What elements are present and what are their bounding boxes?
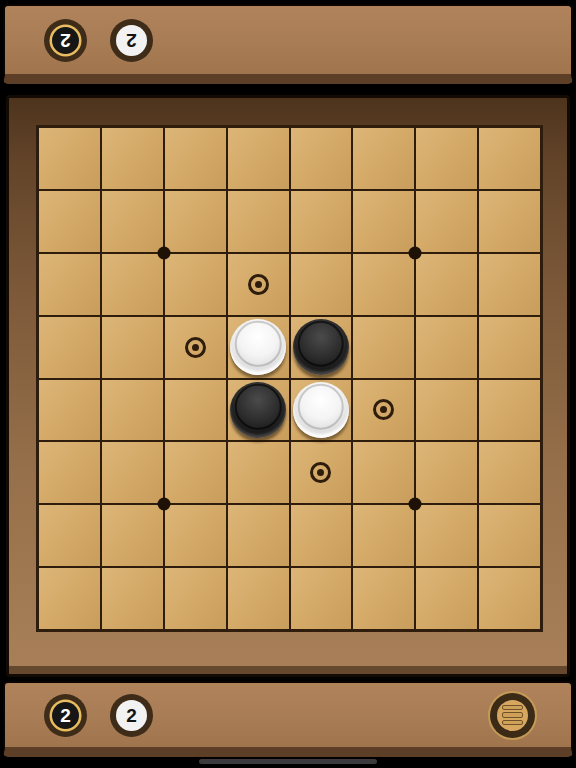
opponent-white-score: 2 <box>126 31 137 50</box>
board-cell-f6[interactable] <box>353 442 414 503</box>
board-cell-g2[interactable] <box>416 191 477 252</box>
board-cell-h2[interactable] <box>479 191 540 252</box>
black-score-disc: 2 <box>52 702 79 729</box>
legal-move-marker[interactable] <box>373 399 394 420</box>
board-cell-a2[interactable] <box>39 191 100 252</box>
star-point <box>409 246 422 259</box>
board-cell-e5[interactable] <box>291 380 352 441</box>
black-stone <box>230 382 286 438</box>
board-cell-a7[interactable] <box>39 505 100 566</box>
opponent-black-score-counter: 2 <box>44 19 87 62</box>
black-stone <box>293 319 349 375</box>
board-cell-e8[interactable] <box>291 568 352 629</box>
board-cell-d8[interactable] <box>228 568 289 629</box>
board-cell-h4[interactable] <box>479 317 540 378</box>
board-cell-g4[interactable] <box>416 317 477 378</box>
white-stone <box>293 382 349 438</box>
board-cell-d1[interactable] <box>228 128 289 189</box>
board-cell-c6[interactable] <box>165 442 226 503</box>
board-cell-h8[interactable] <box>479 568 540 629</box>
legal-move-dot <box>255 281 262 288</box>
board-cell-a6[interactable] <box>39 442 100 503</box>
board-cell-g5[interactable] <box>416 380 477 441</box>
board-cell-e1[interactable] <box>291 128 352 189</box>
player-score-bar: 2 2 <box>3 681 573 757</box>
legal-move-dot <box>192 344 199 351</box>
player-white-score: 2 <box>126 706 137 725</box>
board-grid <box>36 125 543 632</box>
board-frame <box>6 95 570 677</box>
board-cell-f8[interactable] <box>353 568 414 629</box>
board-cell-c7[interactable] <box>165 505 226 566</box>
board-cell-b1[interactable] <box>102 128 163 189</box>
board-cell-a4[interactable] <box>39 317 100 378</box>
board-cell-f7[interactable] <box>353 505 414 566</box>
board-cell-f4[interactable] <box>353 317 414 378</box>
board-cell-b3[interactable] <box>102 254 163 315</box>
board-cell-g7[interactable] <box>416 505 477 566</box>
board-cell-b5[interactable] <box>102 380 163 441</box>
home-indicator[interactable] <box>199 759 377 764</box>
legal-move-marker[interactable] <box>185 337 206 358</box>
board-cell-e3[interactable] <box>291 254 352 315</box>
board-cell-h6[interactable] <box>479 442 540 503</box>
board-cell-g3[interactable] <box>416 254 477 315</box>
white-score-disc: 2 <box>116 700 147 731</box>
board-cell-h1[interactable] <box>479 128 540 189</box>
board-cell-a3[interactable] <box>39 254 100 315</box>
board-cell-c8[interactable] <box>165 568 226 629</box>
board-cell-a8[interactable] <box>39 568 100 629</box>
board-cell-a5[interactable] <box>39 380 100 441</box>
star-point <box>409 498 422 511</box>
legal-move-dot <box>317 469 324 476</box>
menu-button[interactable] <box>490 693 535 738</box>
player-white-score-counter: 2 <box>110 694 153 737</box>
board-cell-h3[interactable] <box>479 254 540 315</box>
player-black-score-counter: 2 <box>44 694 87 737</box>
board-cell-a1[interactable] <box>39 128 100 189</box>
board-cell-f1[interactable] <box>353 128 414 189</box>
board-cell-e6[interactable] <box>291 442 352 503</box>
board-cell-b6[interactable] <box>102 442 163 503</box>
board-cell-e4[interactable] <box>291 317 352 378</box>
board-cell-f3[interactable] <box>353 254 414 315</box>
legal-move-marker[interactable] <box>310 462 331 483</box>
white-score-disc: 2 <box>116 25 147 56</box>
board-cell-b4[interactable] <box>102 317 163 378</box>
board-cell-d5[interactable] <box>228 380 289 441</box>
legal-move-marker[interactable] <box>248 274 269 295</box>
board-cell-c4[interactable] <box>165 317 226 378</box>
board-cell-h7[interactable] <box>479 505 540 566</box>
board-cell-c3[interactable] <box>165 254 226 315</box>
board-cell-d2[interactable] <box>228 191 289 252</box>
board-cell-d3[interactable] <box>228 254 289 315</box>
board-cell-b8[interactable] <box>102 568 163 629</box>
board-cell-b7[interactable] <box>102 505 163 566</box>
board-cell-d4[interactable] <box>228 317 289 378</box>
board-cell-g8[interactable] <box>416 568 477 629</box>
opponent-black-score: 2 <box>60 31 71 50</box>
board-cell-c2[interactable] <box>165 191 226 252</box>
board-cell-d7[interactable] <box>228 505 289 566</box>
legal-move-dot <box>380 406 387 413</box>
board-cell-f5[interactable] <box>353 380 414 441</box>
board-cell-c5[interactable] <box>165 380 226 441</box>
board-cell-g1[interactable] <box>416 128 477 189</box>
hamburger-icon <box>497 700 528 731</box>
board-cell-e2[interactable] <box>291 191 352 252</box>
opponent-white-score-counter: 2 <box>110 19 153 62</box>
board-cell-b2[interactable] <box>102 191 163 252</box>
black-score-disc: 2 <box>52 27 79 54</box>
white-stone <box>230 319 286 375</box>
star-point <box>157 498 170 511</box>
board-cell-f2[interactable] <box>353 191 414 252</box>
board-cell-h5[interactable] <box>479 380 540 441</box>
board-cell-e7[interactable] <box>291 505 352 566</box>
board-cell-g6[interactable] <box>416 442 477 503</box>
opponent-score-bar: 2 2 <box>3 4 573 84</box>
star-point <box>157 246 170 259</box>
board-cell-d6[interactable] <box>228 442 289 503</box>
board-cell-c1[interactable] <box>165 128 226 189</box>
player-black-score: 2 <box>60 706 71 725</box>
